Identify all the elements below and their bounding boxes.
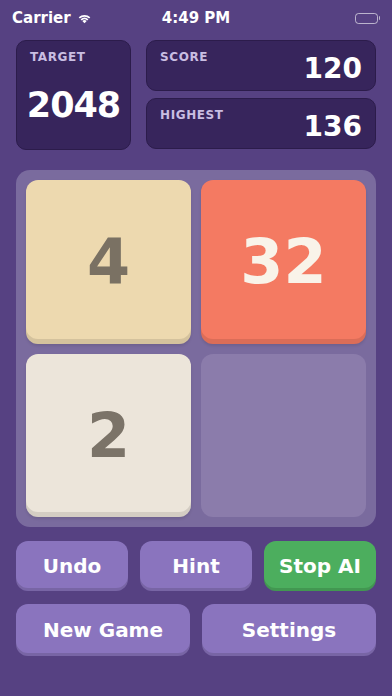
settings-button[interactable]: Settings [202,604,376,656]
new-game-button[interactable]: New Game [16,604,190,656]
status-left: Carrier [12,9,122,27]
stats-column: SCORE 120 HIGHEST 136 [146,40,376,150]
board-cell-r1c0: 2 [26,354,191,518]
hint-button[interactable]: Hint [140,541,252,591]
undo-button[interactable]: Undo [16,541,128,591]
game-board[interactable]: 4 32 2 [16,170,376,527]
action-row-1: Undo Hint Stop AI [0,541,392,591]
battery-icon [355,13,381,24]
stop-ai-button[interactable]: Stop AI [264,541,376,591]
status-right [270,13,380,24]
highest-label: HIGHEST [160,108,224,122]
score-card: SCORE 120 [146,40,376,91]
score-label: SCORE [160,50,208,64]
board-cell-r1c1 [201,354,366,518]
carrier-label: Carrier [12,9,71,27]
board-cell-r0c0: 4 [26,180,191,344]
header: TARGET 2048 SCORE 120 HIGHEST 136 [0,36,392,150]
highest-value: 136 [304,110,362,143]
status-bar: Carrier 4:49 PM [0,0,392,36]
target-value: 2048 [17,85,130,125]
app-screen: Carrier 4:49 PM TARGET 2048 SCORE 120 [0,0,392,696]
highest-card: HIGHEST 136 [146,98,376,149]
target-card: TARGET 2048 [16,40,131,150]
clock: 4:49 PM [122,9,270,27]
board-cell-r0c1: 32 [201,180,366,344]
target-label: TARGET [30,50,86,64]
action-row-2: New Game Settings [0,604,392,656]
wifi-icon [76,12,93,25]
score-value: 120 [304,52,362,85]
